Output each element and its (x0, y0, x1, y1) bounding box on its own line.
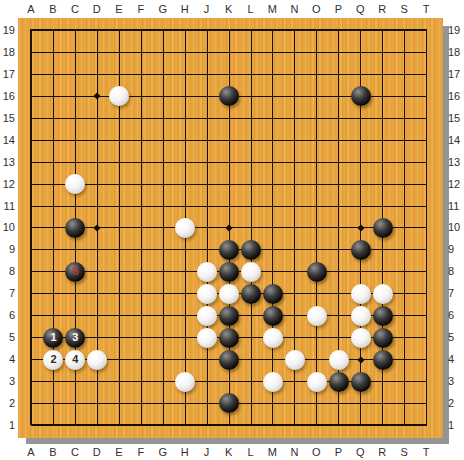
row-label-left: 1 (0, 419, 15, 431)
black-stone: 1 (43, 328, 63, 348)
column-label-bottom: S (400, 446, 407, 458)
row-label-left: 4 (0, 353, 15, 365)
row-label-right: 18 (448, 46, 460, 58)
column-label-top: F (137, 3, 144, 15)
white-stone (87, 350, 107, 370)
white-stone (307, 372, 327, 392)
row-label-left: 9 (0, 243, 15, 255)
row-label-left: 10 (0, 221, 15, 233)
white-stone (373, 284, 393, 304)
column-label-top: R (378, 3, 386, 15)
row-label-left: 3 (0, 375, 15, 387)
column-label-bottom: T (423, 446, 430, 458)
row-label-right: 3 (448, 375, 454, 387)
column-label-bottom: G (158, 446, 167, 458)
move-number-label: 2 (50, 354, 56, 365)
row-label-right: 19 (448, 24, 460, 36)
move-number-label: 5 (72, 266, 78, 277)
row-label-left: 18 (0, 46, 15, 58)
black-stone (241, 284, 261, 304)
white-stone (175, 218, 195, 238)
black-stone (219, 306, 239, 326)
column-label-bottom: K (225, 446, 232, 458)
column-label-top: D (93, 3, 101, 15)
grid-line (272, 30, 273, 426)
row-label-right: 8 (448, 265, 454, 277)
row-label-right: 16 (448, 90, 460, 102)
white-stone (175, 372, 195, 392)
column-label-bottom: Q (356, 446, 365, 458)
row-label-right: 5 (448, 331, 454, 343)
column-label-top: Q (356, 3, 365, 15)
column-label-top: B (49, 3, 56, 15)
black-stone (351, 372, 371, 392)
row-label-left: 2 (0, 397, 15, 409)
row-label-left: 8 (0, 265, 15, 277)
white-stone (263, 372, 283, 392)
move-number-label: 1 (50, 332, 56, 343)
row-label-right: 11 (448, 200, 459, 212)
black-stone (373, 328, 393, 348)
grid-line (207, 30, 208, 426)
white-stone (65, 174, 85, 194)
white-stone (219, 284, 239, 304)
black-stone (351, 86, 371, 106)
black-stone (65, 218, 85, 238)
column-label-top: T (423, 3, 430, 15)
row-label-left: 7 (0, 287, 15, 299)
column-label-top: L (247, 3, 253, 15)
black-stone (219, 240, 239, 260)
row-label-right: 2 (448, 397, 454, 409)
black-stone (219, 262, 239, 282)
white-stone (263, 328, 283, 348)
row-label-right: 13 (448, 156, 460, 168)
column-label-top: K (225, 3, 232, 15)
white-stone: 2 (43, 350, 63, 370)
white-stone (197, 262, 217, 282)
column-label-top: P (335, 3, 342, 15)
column-label-bottom: J (204, 446, 210, 458)
column-label-bottom: B (49, 446, 56, 458)
black-stone (373, 218, 393, 238)
white-stone (197, 284, 217, 304)
go-board[interactable]: 51324 (18, 18, 443, 438)
row-label-left: 19 (0, 24, 15, 36)
column-label-bottom: R (378, 446, 386, 458)
black-stone (241, 240, 261, 260)
column-label-top: C (71, 3, 79, 15)
move-number-label: 4 (72, 354, 78, 365)
grid-line (163, 30, 164, 426)
black-stone (329, 372, 349, 392)
column-label-top: M (268, 3, 277, 15)
black-stone: 3 (65, 328, 85, 348)
column-label-top: G (158, 3, 167, 15)
column-label-bottom: M (268, 446, 277, 458)
column-label-bottom: O (312, 446, 321, 458)
column-label-bottom: L (247, 446, 253, 458)
column-label-bottom: P (335, 446, 342, 458)
column-label-bottom: A (27, 446, 34, 458)
row-label-left: 17 (0, 68, 15, 80)
column-label-bottom: N (290, 446, 298, 458)
column-label-top: O (312, 3, 321, 15)
white-stone (351, 328, 371, 348)
column-label-top: N (290, 3, 298, 15)
grid-line (31, 425, 427, 426)
column-label-top: S (400, 3, 407, 15)
white-stone (197, 306, 217, 326)
row-label-left: 5 (0, 331, 15, 343)
row-label-right: 10 (448, 221, 460, 233)
row-label-right: 6 (448, 309, 454, 321)
white-stone (307, 306, 327, 326)
column-label-bottom: H (181, 446, 189, 458)
black-stone (263, 284, 283, 304)
grid-line (404, 30, 405, 426)
black-stone (219, 86, 239, 106)
row-label-right: 9 (448, 243, 454, 255)
row-label-left: 16 (0, 90, 15, 102)
black-stone (373, 350, 393, 370)
column-label-bottom: E (115, 446, 122, 458)
black-stone (263, 306, 283, 326)
white-stone (351, 306, 371, 326)
row-label-right: 12 (448, 178, 460, 190)
black-stone (219, 393, 239, 413)
row-label-right: 17 (448, 68, 460, 80)
column-label-top: J (204, 3, 210, 15)
black-stone: 5 (65, 262, 85, 282)
black-stone (219, 328, 239, 348)
black-stone (373, 306, 393, 326)
row-label-left: 15 (0, 112, 15, 124)
row-label-left: 11 (0, 200, 15, 212)
row-label-left: 13 (0, 156, 15, 168)
move-number-label: 3 (72, 332, 78, 343)
white-stone: 4 (65, 350, 85, 370)
white-stone (197, 328, 217, 348)
row-label-left: 6 (0, 309, 15, 321)
row-label-left: 12 (0, 178, 15, 190)
column-label-bottom: F (137, 446, 144, 458)
row-label-right: 1 (448, 419, 454, 431)
column-label-top: E (115, 3, 122, 15)
grid-line (141, 30, 142, 426)
grid-line (251, 30, 252, 426)
white-stone (351, 284, 371, 304)
grid-line (426, 30, 427, 426)
white-stone (241, 262, 261, 282)
go-game-window: 51324 AABBCCDDEEFFGGHHJJKKLLMMNNOOPPQQRR… (0, 0, 464, 460)
row-label-right: 14 (448, 134, 460, 146)
row-label-right: 7 (448, 287, 454, 299)
black-stone (351, 240, 371, 260)
white-stone (285, 350, 305, 370)
black-stone (219, 350, 239, 370)
row-label-right: 15 (448, 112, 460, 124)
white-stone (109, 86, 129, 106)
column-label-bottom: D (93, 446, 101, 458)
white-stone (329, 350, 349, 370)
row-label-left: 14 (0, 134, 15, 146)
column-label-top: A (27, 3, 34, 15)
column-label-top: H (181, 3, 189, 15)
grid-line (316, 30, 317, 426)
column-label-bottom: C (71, 446, 79, 458)
grid-line (31, 30, 32, 426)
row-label-right: 4 (448, 353, 454, 365)
black-stone (307, 262, 327, 282)
